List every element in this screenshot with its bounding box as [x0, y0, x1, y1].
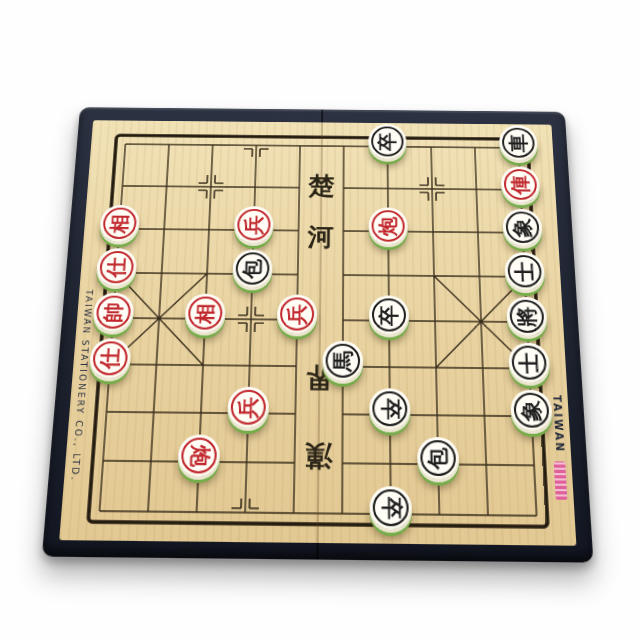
piece-black-advisor[interactable]: 士	[508, 343, 550, 383]
piece-face: 兵	[234, 206, 274, 243]
piece-face: 炮	[177, 434, 220, 477]
river-label-he: 河	[301, 224, 340, 249]
piece-black-general[interactable]: 將	[506, 297, 548, 336]
piece-red-general[interactable]: 帥	[92, 293, 135, 332]
piece-character: 馬	[332, 350, 353, 371]
piece-face: 象	[510, 390, 553, 431]
piece-red-cannon[interactable]: 炮	[177, 434, 220, 477]
piece-face: 象	[502, 209, 543, 246]
piece-face: 馬	[322, 341, 363, 381]
piece-face: 相	[99, 205, 140, 242]
piece-character: 包	[242, 258, 263, 278]
piece-face: 包	[232, 249, 273, 287]
piece-character: 士	[518, 352, 540, 373]
piece-red-elephant[interactable]: 相	[99, 205, 140, 242]
piece-black-cannon[interactable]: 包	[232, 249, 273, 287]
product-photo-scene: 楚 河 界 漢 TAIWAN STATIONERY CO., LTD. TAIW…	[0, 0, 640, 640]
piece-face: 相	[184, 293, 226, 332]
piece-character: 兵	[286, 304, 307, 325]
piece-character: 卒	[379, 398, 401, 420]
fold-seam-top	[321, 110, 323, 124]
piece-character: 仕	[99, 348, 122, 369]
piece-red-advisor[interactable]: 仕	[96, 248, 138, 286]
river-label-han: 漢	[298, 442, 340, 471]
piece-black-soldier[interactable]: 卒	[369, 388, 410, 429]
piece-face: 俥	[500, 166, 540, 202]
piece-character: 相	[194, 303, 216, 324]
piece-character: 兵	[243, 215, 264, 235]
piece-face: 包	[417, 437, 460, 480]
piece-character: 兵	[237, 396, 259, 418]
piece-character: 仕	[106, 257, 128, 277]
piece-character: 士	[514, 261, 536, 281]
board-wood: 楚 河 界 漢 TAIWAN STATIONERY CO., LTD. TAIW…	[59, 120, 576, 546]
piece-red-elephant[interactable]: 相	[184, 293, 226, 332]
piece-face: 士	[504, 252, 545, 290]
piece-character: 卒	[377, 132, 397, 151]
piece-face: 兵	[277, 294, 318, 333]
piece-face: 將	[506, 297, 548, 336]
piece-red-soldier[interactable]: 兵	[227, 387, 269, 428]
xiangqi-board: 楚 河 界 漢 TAIWAN STATIONERY CO., LTD. TAIW…	[42, 107, 594, 562]
piece-black-elephant[interactable]: 象	[502, 209, 543, 246]
piece-character: 俥	[510, 175, 531, 194]
piece-character: 炮	[188, 444, 211, 466]
piece-character: 卒	[380, 496, 402, 519]
piece-character: 帥	[102, 302, 124, 323]
piece-face: 仕	[89, 338, 132, 378]
piece-face: 卒	[370, 486, 413, 530]
river-label-chu: 楚	[302, 173, 341, 198]
piece-black-elephant[interactable]: 象	[510, 390, 553, 431]
piece-face: 車	[499, 125, 539, 160]
piece-character: 車	[508, 133, 529, 152]
piece-black-horse[interactable]: 馬	[322, 341, 363, 381]
piece-character: 象	[512, 217, 533, 237]
piece-red-chariot[interactable]: 俥	[500, 166, 540, 202]
fold-seam-bottom	[316, 542, 318, 560]
piece-character: 包	[427, 447, 449, 469]
piece-red-cannon[interactable]: 炮	[369, 207, 408, 244]
piece-face: 炮	[369, 207, 408, 244]
piece-black-advisor[interactable]: 士	[504, 252, 545, 290]
piece-black-cannon[interactable]: 包	[417, 437, 460, 480]
piece-black-soldier[interactable]: 卒	[369, 295, 409, 334]
piece-black-soldier[interactable]: 卒	[368, 124, 406, 159]
piece-black-soldier[interactable]: 卒	[370, 486, 413, 530]
piece-red-soldier[interactable]: 兵	[234, 206, 274, 243]
piece-red-soldier[interactable]: 兵	[277, 294, 318, 333]
piece-face: 士	[508, 343, 550, 383]
piece-face: 兵	[227, 387, 269, 428]
brand-stamp-pink	[554, 461, 568, 500]
piece-face: 帥	[92, 293, 135, 332]
piece-face: 卒	[368, 124, 406, 159]
piece-face: 仕	[96, 248, 138, 286]
piece-black-chariot[interactable]: 車	[499, 125, 539, 160]
piece-character: 相	[109, 213, 131, 233]
piece-red-advisor[interactable]: 仕	[89, 338, 132, 378]
piece-character: 象	[520, 399, 543, 421]
piece-character: 卒	[378, 305, 399, 326]
piece-character: 炮	[378, 216, 399, 236]
piece-character: 將	[516, 306, 538, 327]
piece-face: 卒	[369, 295, 409, 334]
piece-face: 卒	[369, 388, 410, 429]
